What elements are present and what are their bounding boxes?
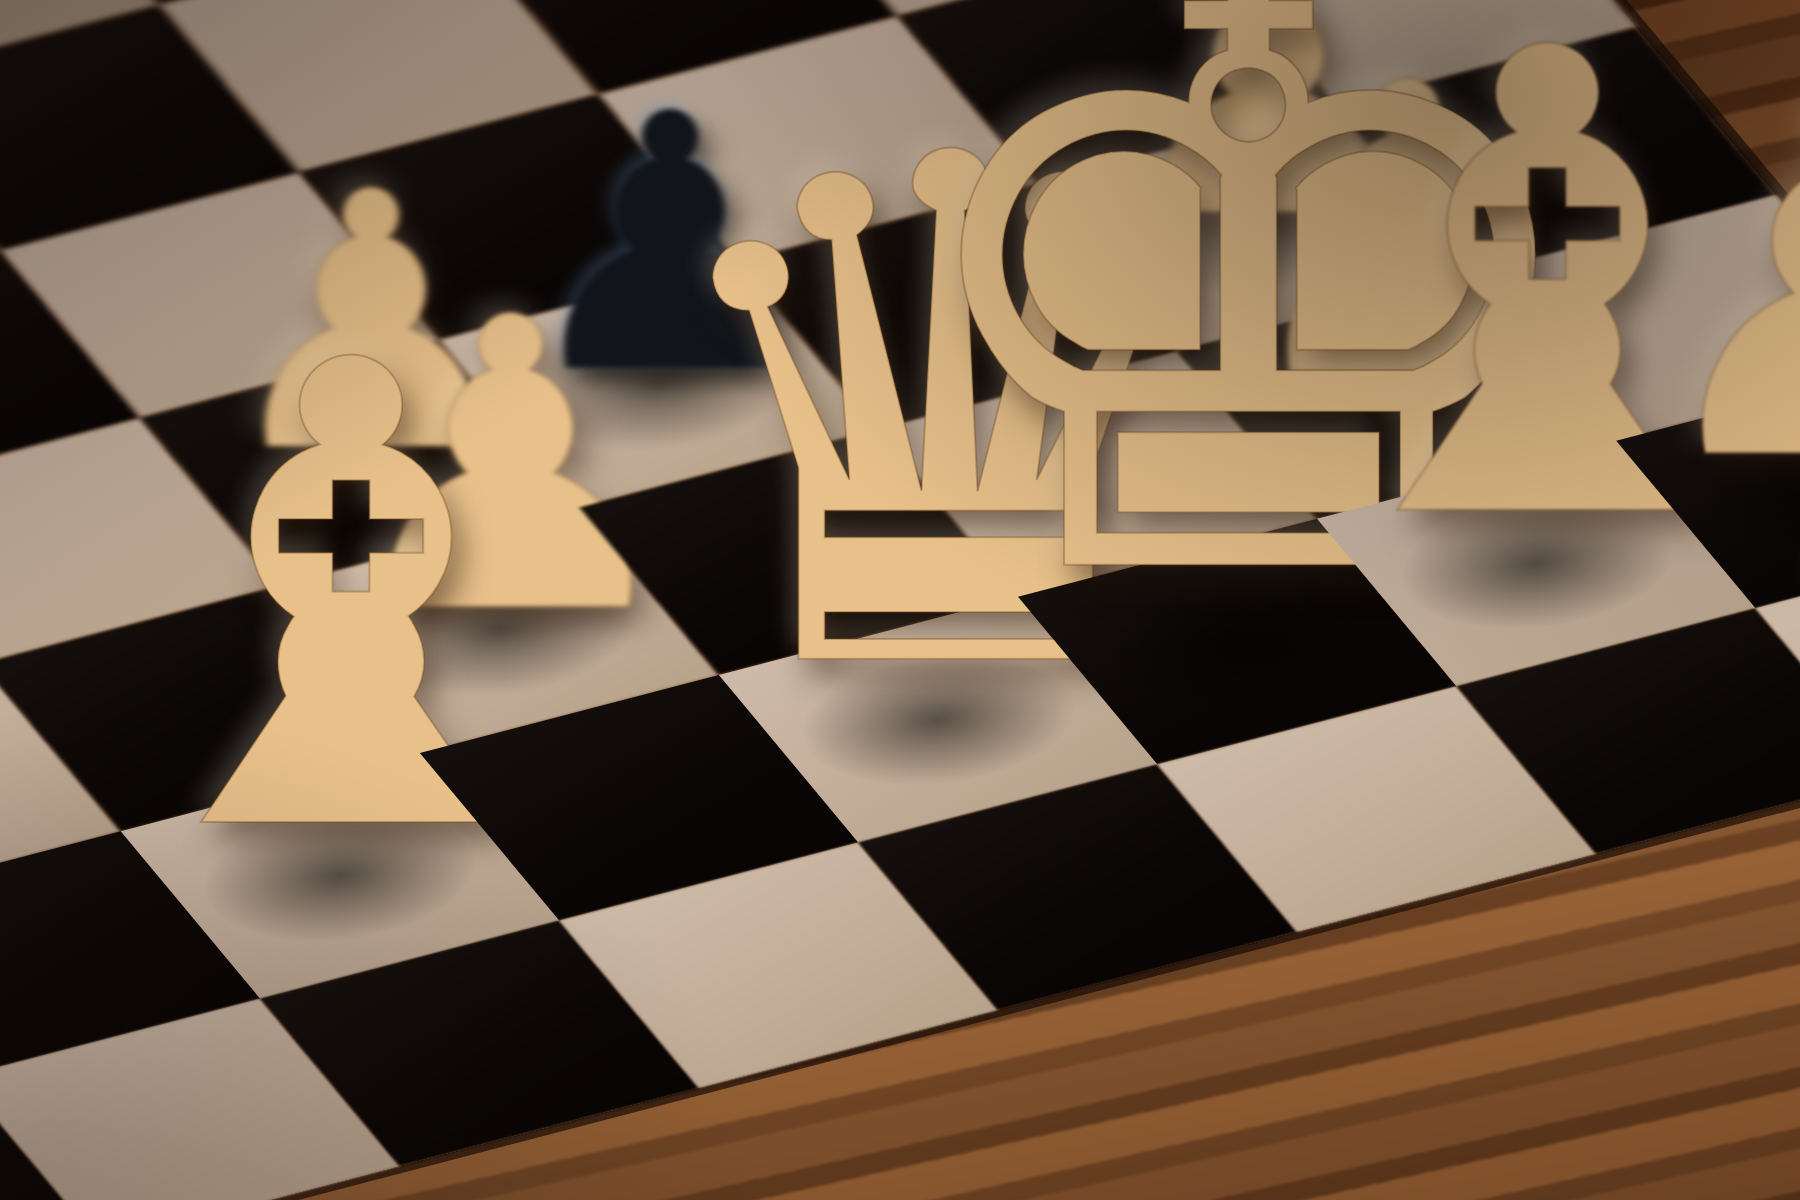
- board-plane: ♟♟♟♟♟♝♛♚♝♟♟: [0, 0, 1800, 1200]
- piece-white-pawn: ♟: [1486, 199, 1800, 683]
- photograph: ♟♟♟♟♟♝♛♚♝♟♟: [0, 0, 1800, 1200]
